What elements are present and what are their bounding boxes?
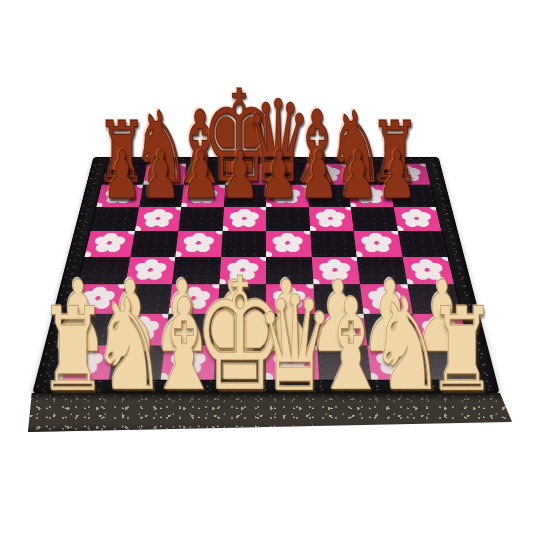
square-c7 bbox=[181, 185, 225, 207]
square-e6 bbox=[266, 207, 310, 231]
square-a3 bbox=[71, 284, 125, 313]
board-front-face bbox=[26, 393, 513, 432]
square-b2 bbox=[114, 314, 168, 346]
square-a6 bbox=[91, 207, 139, 231]
square-f2 bbox=[315, 314, 367, 346]
square-g2 bbox=[363, 314, 417, 346]
square-f7 bbox=[307, 185, 351, 207]
square-f4 bbox=[311, 257, 360, 284]
square-b8 bbox=[143, 164, 187, 185]
square-b1 bbox=[108, 345, 165, 379]
square-h3 bbox=[407, 284, 461, 313]
square-d2 bbox=[215, 314, 266, 346]
square-g5 bbox=[354, 231, 402, 257]
square-c3 bbox=[169, 284, 219, 313]
square-e3 bbox=[266, 284, 315, 313]
square-e4 bbox=[266, 257, 313, 284]
square-d6 bbox=[222, 207, 266, 231]
square-d8 bbox=[225, 164, 266, 185]
square-c2 bbox=[165, 314, 217, 346]
square-g6 bbox=[351, 207, 398, 231]
square-d1 bbox=[213, 345, 266, 379]
square-e8 bbox=[266, 164, 307, 185]
square-f3 bbox=[313, 284, 363, 313]
square-g3 bbox=[360, 284, 412, 313]
square-e2 bbox=[266, 314, 317, 346]
square-c6 bbox=[178, 207, 223, 231]
square-a5 bbox=[85, 231, 135, 257]
square-c4 bbox=[172, 257, 221, 284]
square-e1 bbox=[266, 345, 319, 379]
square-h2 bbox=[412, 314, 468, 346]
square-d7 bbox=[224, 185, 266, 207]
square-b4 bbox=[125, 257, 175, 284]
square-h5 bbox=[398, 231, 448, 257]
square-g4 bbox=[357, 257, 407, 284]
square-e5 bbox=[266, 231, 311, 257]
square-h4 bbox=[402, 257, 454, 284]
square-f8 bbox=[306, 164, 348, 185]
square-g1 bbox=[367, 345, 424, 379]
square-b6 bbox=[134, 207, 181, 231]
square-d4 bbox=[219, 257, 266, 284]
square-a7 bbox=[96, 185, 142, 207]
square-g8 bbox=[346, 164, 390, 185]
square-h7 bbox=[389, 185, 435, 207]
square-a8 bbox=[102, 164, 147, 185]
square-a2 bbox=[64, 314, 120, 346]
square-b3 bbox=[120, 284, 172, 313]
square-b5 bbox=[130, 231, 178, 257]
square-g7 bbox=[348, 185, 393, 207]
square-e7 bbox=[266, 185, 308, 207]
square-d3 bbox=[217, 284, 266, 313]
square-d5 bbox=[221, 231, 266, 257]
chess-board bbox=[32, 157, 500, 394]
square-a4 bbox=[78, 257, 130, 284]
square-b7 bbox=[139, 185, 184, 207]
square-h8 bbox=[386, 164, 431, 185]
square-h6 bbox=[393, 207, 441, 231]
square-f5 bbox=[310, 231, 357, 257]
square-a1 bbox=[55, 345, 114, 379]
square-f6 bbox=[308, 207, 353, 231]
board-grid bbox=[55, 164, 476, 380]
square-c8 bbox=[184, 164, 226, 185]
square-f1 bbox=[317, 345, 372, 379]
square-c5 bbox=[175, 231, 222, 257]
square-h1 bbox=[418, 345, 477, 379]
stage: ♜♞♝♚♛♝♞♜♟♟♟♟♟♟♟♟♟♟♟♟♟♟♟♟♜♞♝♚♛♝♞♜ bbox=[0, 0, 533, 533]
square-c1 bbox=[161, 345, 216, 379]
